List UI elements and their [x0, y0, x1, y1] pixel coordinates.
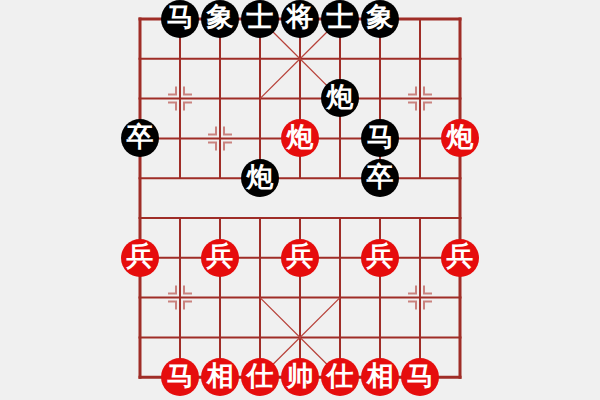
piece-glyph: 相: [367, 363, 394, 390]
piece-black-advisor[interactable]: 士: [241, 0, 279, 38]
piece-glyph: 象: [367, 4, 394, 31]
piece-red-cannon[interactable]: 炮: [441, 119, 479, 157]
piece-glyph: 将: [287, 4, 314, 31]
piece-black-cannon[interactable]: 炮: [321, 79, 359, 117]
piece-red-pawn[interactable]: 兵: [281, 239, 319, 277]
piece-black-elephant[interactable]: 象: [201, 0, 239, 38]
piece-glyph: 卒: [127, 124, 154, 151]
piece-glyph: 马: [167, 4, 194, 31]
piece-black-cannon[interactable]: 炮: [241, 159, 279, 197]
piece-glyph: 兵: [207, 243, 234, 270]
piece-black-advisor[interactable]: 士: [321, 0, 359, 38]
piece-red-advisor[interactable]: 仕: [241, 358, 279, 396]
piece-glyph: 马: [167, 363, 194, 390]
piece-red-pawn[interactable]: 兵: [441, 239, 479, 277]
piece-glyph: 炮: [447, 124, 474, 151]
piece-glyph: 马: [407, 363, 434, 390]
piece-glyph: 仕: [247, 363, 274, 390]
piece-glyph: 士: [247, 4, 274, 31]
piece-red-elephant[interactable]: 相: [201, 358, 239, 396]
piece-glyph: 士: [327, 4, 354, 31]
xiangqi-board[interactable]: 马象士将士象炮卒炮马炮炮卒兵兵兵兵兵马相仕帅仕相马: [120, 0, 480, 397]
piece-glyph: 仕: [327, 363, 354, 390]
piece-glyph: 兵: [367, 243, 394, 270]
piece-red-pawn[interactable]: 兵: [121, 239, 159, 277]
piece-glyph: 卒: [367, 164, 394, 191]
piece-glyph: 相: [207, 363, 234, 390]
piece-glyph: 象: [207, 4, 234, 31]
piece-red-horse[interactable]: 马: [401, 358, 439, 396]
piece-black-general[interactable]: 将: [281, 0, 319, 38]
piece-black-horse[interactable]: 马: [361, 119, 399, 157]
piece-red-elephant[interactable]: 相: [361, 358, 399, 396]
piece-glyph: 帅: [287, 363, 314, 390]
piece-red-pawn[interactable]: 兵: [361, 239, 399, 277]
piece-red-advisor[interactable]: 仕: [321, 358, 359, 396]
piece-black-pawn[interactable]: 卒: [361, 159, 399, 197]
piece-red-general[interactable]: 帅: [281, 358, 319, 396]
piece-glyph: 兵: [127, 243, 154, 270]
piece-red-cannon[interactable]: 炮: [281, 119, 319, 157]
piece-glyph: 炮: [287, 124, 314, 151]
piece-black-horse[interactable]: 马: [161, 0, 199, 38]
piece-glyph: 马: [367, 124, 394, 151]
piece-black-elephant[interactable]: 象: [361, 0, 399, 38]
piece-glyph: 炮: [327, 84, 354, 111]
piece-red-pawn[interactable]: 兵: [201, 239, 239, 277]
piece-glyph: 兵: [287, 243, 314, 270]
piece-red-horse[interactable]: 马: [161, 358, 199, 396]
piece-black-pawn[interactable]: 卒: [121, 119, 159, 157]
xiangqi-screen: 马象士将士象炮卒炮马炮炮卒兵兵兵兵兵马相仕帅仕相马: [0, 0, 600, 400]
piece-glyph: 兵: [447, 243, 474, 270]
piece-glyph: 炮: [247, 164, 274, 191]
